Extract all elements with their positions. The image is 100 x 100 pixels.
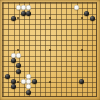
black-stone xyxy=(16,69,21,74)
black-stone xyxy=(90,16,95,21)
black-stone xyxy=(11,16,16,21)
black-stone xyxy=(5,74,10,79)
white-stone xyxy=(21,5,26,10)
black-stone xyxy=(79,79,84,84)
white-stone xyxy=(11,53,16,58)
black-stone xyxy=(26,90,31,95)
go-board[interactable] xyxy=(0,0,100,100)
black-stone xyxy=(16,63,21,68)
black-stone xyxy=(26,11,31,16)
black-stone xyxy=(84,11,89,16)
white-stone xyxy=(26,5,31,10)
stones-layer xyxy=(0,0,100,100)
white-stone xyxy=(16,53,21,58)
black-stone xyxy=(11,79,16,84)
white-stone xyxy=(74,5,79,10)
white-stone xyxy=(26,84,31,89)
white-stone xyxy=(26,79,31,84)
black-stone xyxy=(21,11,26,16)
white-stone xyxy=(21,79,26,84)
white-stone xyxy=(16,5,21,10)
black-stone xyxy=(11,58,16,63)
black-stone xyxy=(11,84,16,89)
black-stone xyxy=(32,79,37,84)
white-stone xyxy=(26,74,31,79)
